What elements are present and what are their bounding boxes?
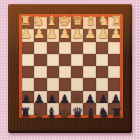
square-r6c1[interactable] xyxy=(22,78,34,90)
square-r3c2[interactable] xyxy=(34,42,46,54)
square-r6c3[interactable] xyxy=(47,78,59,90)
square-r6c4[interactable] xyxy=(59,78,71,90)
square-r4c5[interactable] xyxy=(71,54,83,66)
square-r7c8[interactable]: ♟ xyxy=(108,91,120,103)
square-r4c2[interactable] xyxy=(34,54,46,66)
square-r5c8[interactable] xyxy=(108,66,120,78)
square-r8c5[interactable]: ♛ xyxy=(71,103,83,115)
square-r6c6[interactable] xyxy=(83,78,95,90)
black-king[interactable]: ♚ xyxy=(59,105,71,118)
white-rook[interactable]: ♜ xyxy=(19,14,31,27)
white-pawn[interactable]: ♟ xyxy=(110,27,122,40)
square-r6c7[interactable] xyxy=(96,78,108,90)
square-r4c7[interactable] xyxy=(96,54,108,66)
square-r7c7[interactable]: ♟ xyxy=(96,91,108,103)
square-r7c4[interactable]: ♟ xyxy=(59,91,71,103)
white-pawn[interactable]: ♟ xyxy=(72,27,84,40)
white-pawn[interactable]: ♟ xyxy=(59,27,71,40)
photo-background: ♜♞♝♚♛♝♞♜♟♟♟♟♟♟♟♟♟♟♟♟♟♟♟♟♜♞♝♚♛♝♞♜ xyxy=(0,0,140,140)
square-r5c6[interactable] xyxy=(83,66,95,78)
white-pawn[interactable]: ♟ xyxy=(46,27,58,40)
black-queen[interactable]: ♛ xyxy=(72,105,84,118)
square-r5c3[interactable] xyxy=(47,66,59,78)
square-r6c8[interactable] xyxy=(108,78,120,90)
white-king[interactable]: ♚ xyxy=(59,14,71,27)
square-r7c6[interactable]: ♟ xyxy=(83,91,95,103)
chess-board-squares: ♜♞♝♚♛♝♞♜♟♟♟♟♟♟♟♟♟♟♟♟♟♟♟♟♜♞♝♚♛♝♞♜ xyxy=(22,17,120,115)
black-rook[interactable]: ♜ xyxy=(111,105,123,118)
square-r4c4[interactable] xyxy=(59,54,71,66)
square-r2c5[interactable]: ♟ xyxy=(71,29,83,41)
square-r5c2[interactable] xyxy=(34,66,46,78)
white-pawn[interactable]: ♟ xyxy=(84,27,96,40)
square-r7c2[interactable]: ♟ xyxy=(34,91,46,103)
square-r3c6[interactable] xyxy=(83,42,95,54)
square-r8c7[interactable]: ♞ xyxy=(96,103,108,115)
square-r8c6[interactable]: ♝ xyxy=(83,103,95,115)
white-pawn[interactable]: ♟ xyxy=(20,27,32,40)
square-r4c8[interactable] xyxy=(108,54,120,66)
white-bishop[interactable]: ♝ xyxy=(46,14,58,27)
square-r3c8[interactable] xyxy=(108,42,120,54)
square-r8c4[interactable]: ♚ xyxy=(59,103,71,115)
white-rook[interactable]: ♜ xyxy=(111,14,123,27)
square-r6c5[interactable] xyxy=(71,78,83,90)
square-r7c3[interactable]: ♟ xyxy=(47,91,59,103)
square-r4c6[interactable] xyxy=(83,54,95,66)
square-r3c1[interactable] xyxy=(22,42,34,54)
chess-board: ♜♞♝♚♛♝♞♜♟♟♟♟♟♟♟♟♟♟♟♟♟♟♟♟♜♞♝♚♛♝♞♜ xyxy=(8,4,132,133)
square-r2c4[interactable]: ♟ xyxy=(59,29,71,41)
white-queen[interactable]: ♛ xyxy=(72,14,84,27)
square-r2c7[interactable]: ♟ xyxy=(96,29,108,41)
square-r2c3[interactable]: ♟ xyxy=(47,29,59,41)
black-bishop[interactable]: ♝ xyxy=(46,105,58,118)
white-pawn[interactable]: ♟ xyxy=(33,27,45,40)
square-r3c7[interactable] xyxy=(96,42,108,54)
square-r8c8[interactable]: ♜ xyxy=(108,103,120,115)
square-r2c2[interactable]: ♟ xyxy=(34,29,46,41)
square-r3c4[interactable] xyxy=(59,42,71,54)
black-rook[interactable]: ♜ xyxy=(19,105,31,118)
square-r3c3[interactable] xyxy=(47,42,59,54)
square-r2c6[interactable]: ♟ xyxy=(83,29,95,41)
square-r7c5[interactable]: ♟ xyxy=(71,91,83,103)
square-r3c5[interactable] xyxy=(71,42,83,54)
white-knight[interactable]: ♞ xyxy=(33,14,45,27)
square-r8c3[interactable]: ♝ xyxy=(47,103,59,115)
square-r4c1[interactable] xyxy=(22,54,34,66)
square-r5c7[interactable] xyxy=(96,66,108,78)
square-r5c1[interactable] xyxy=(22,66,34,78)
square-r6c2[interactable] xyxy=(34,78,46,90)
square-r2c8[interactable]: ♟ xyxy=(108,29,120,41)
black-knight[interactable]: ♞ xyxy=(33,105,45,118)
square-r5c5[interactable] xyxy=(71,66,83,78)
square-r4c3[interactable] xyxy=(47,54,59,66)
square-r5c4[interactable] xyxy=(59,66,71,78)
